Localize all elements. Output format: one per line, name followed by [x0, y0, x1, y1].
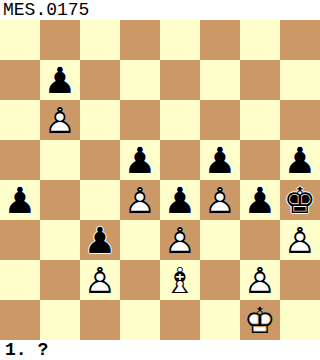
square-a3[interactable]: [0, 220, 40, 260]
square-g2[interactable]: ♟♙: [240, 260, 280, 300]
white-pawn[interactable]: ♟♙: [160, 220, 200, 260]
square-e3[interactable]: ♟♙: [160, 220, 200, 260]
square-c1[interactable]: [80, 300, 120, 340]
white-piece-outline: ♔: [240, 300, 280, 340]
white-pawn[interactable]: ♟♙: [120, 180, 160, 220]
white-piece-outline: ♙: [160, 220, 200, 260]
square-e1[interactable]: [160, 300, 200, 340]
square-d6[interactable]: [120, 100, 160, 140]
white-piece-outline: ♙: [40, 100, 80, 140]
square-b6[interactable]: ♟♙: [40, 100, 80, 140]
black-pawn[interactable]: ♟: [240, 180, 280, 220]
black-piece-glyph: ♟: [200, 140, 240, 180]
square-c5[interactable]: [80, 140, 120, 180]
square-h1[interactable]: [280, 300, 320, 340]
black-pawn[interactable]: ♟: [160, 180, 200, 220]
square-a4[interactable]: ♟: [0, 180, 40, 220]
square-g1[interactable]: ♚♔: [240, 300, 280, 340]
white-pawn[interactable]: ♟♙: [200, 180, 240, 220]
square-g6[interactable]: [240, 100, 280, 140]
square-b3[interactable]: [40, 220, 80, 260]
square-h2[interactable]: [280, 260, 320, 300]
square-e6[interactable]: [160, 100, 200, 140]
white-piece-outline: ♙: [80, 260, 120, 300]
square-h8[interactable]: [280, 20, 320, 60]
square-b1[interactable]: [40, 300, 80, 340]
black-pawn[interactable]: ♟: [40, 60, 80, 100]
black-piece-glyph: ♟: [40, 60, 80, 100]
white-pawn[interactable]: ♟♙: [280, 220, 320, 260]
square-h6[interactable]: [280, 100, 320, 140]
square-e8[interactable]: [160, 20, 200, 60]
square-f1[interactable]: [200, 300, 240, 340]
black-piece-glyph: ♟: [160, 180, 200, 220]
square-f5[interactable]: ♟: [200, 140, 240, 180]
square-b8[interactable]: [40, 20, 80, 60]
black-pawn[interactable]: ♟: [0, 180, 40, 220]
square-d1[interactable]: [120, 300, 160, 340]
square-d5[interactable]: ♟: [120, 140, 160, 180]
black-piece-glyph: ♚: [280, 180, 320, 220]
black-piece-glyph: ♟: [120, 140, 160, 180]
square-c6[interactable]: [80, 100, 120, 140]
square-f7[interactable]: [200, 60, 240, 100]
square-g5[interactable]: [240, 140, 280, 180]
square-g4[interactable]: ♟: [240, 180, 280, 220]
square-h3[interactable]: ♟♙: [280, 220, 320, 260]
square-d2[interactable]: [120, 260, 160, 300]
black-piece-glyph: ♟: [280, 140, 320, 180]
white-pawn[interactable]: ♟♙: [240, 260, 280, 300]
square-a6[interactable]: [0, 100, 40, 140]
square-c8[interactable]: [80, 20, 120, 60]
square-c7[interactable]: [80, 60, 120, 100]
square-f3[interactable]: [200, 220, 240, 260]
square-d8[interactable]: [120, 20, 160, 60]
puzzle-id: MES.0175: [0, 0, 320, 20]
square-a5[interactable]: [0, 140, 40, 180]
white-piece-outline: ♙: [280, 220, 320, 260]
square-e4[interactable]: ♟: [160, 180, 200, 220]
square-c2[interactable]: ♟♙: [80, 260, 120, 300]
black-pawn[interactable]: ♟: [120, 140, 160, 180]
square-a7[interactable]: [0, 60, 40, 100]
black-piece-glyph: ♟: [80, 220, 120, 260]
square-c3[interactable]: ♟: [80, 220, 120, 260]
move-prompt: 1. ?: [0, 340, 320, 360]
square-d4[interactable]: ♟♙: [120, 180, 160, 220]
square-h7[interactable]: [280, 60, 320, 100]
square-c4[interactable]: [80, 180, 120, 220]
white-piece-outline: ♙: [240, 260, 280, 300]
square-f2[interactable]: [200, 260, 240, 300]
square-g7[interactable]: [240, 60, 280, 100]
square-b7[interactable]: ♟: [40, 60, 80, 100]
square-f4[interactable]: ♟♙: [200, 180, 240, 220]
square-b4[interactable]: [40, 180, 80, 220]
square-a1[interactable]: [0, 300, 40, 340]
square-e2[interactable]: ♝♗: [160, 260, 200, 300]
white-king[interactable]: ♚♔: [240, 300, 280, 340]
black-piece-glyph: ♟: [240, 180, 280, 220]
square-d3[interactable]: [120, 220, 160, 260]
square-e7[interactable]: [160, 60, 200, 100]
square-a8[interactable]: [0, 20, 40, 60]
white-pawn[interactable]: ♟♙: [40, 100, 80, 140]
white-bishop[interactable]: ♝♗: [160, 260, 200, 300]
white-piece-outline: ♙: [200, 180, 240, 220]
square-g8[interactable]: [240, 20, 280, 60]
black-pawn[interactable]: ♟: [280, 140, 320, 180]
square-d7[interactable]: [120, 60, 160, 100]
square-h4[interactable]: ♚: [280, 180, 320, 220]
square-h5[interactable]: ♟: [280, 140, 320, 180]
square-b2[interactable]: [40, 260, 80, 300]
white-piece-outline: ♗: [160, 260, 200, 300]
black-piece-glyph: ♟: [0, 180, 40, 220]
black-pawn[interactable]: ♟: [200, 140, 240, 180]
white-piece-outline: ♙: [120, 180, 160, 220]
square-a2[interactable]: [0, 260, 40, 300]
chess-board: ♟♟♙♟♟♟♟♟♙♟♟♙♟♚♟♟♙♟♙♟♙♝♗♟♙♚♔: [0, 20, 320, 340]
square-f8[interactable]: [200, 20, 240, 60]
square-f6[interactable]: [200, 100, 240, 140]
black-pawn[interactable]: ♟: [80, 220, 120, 260]
black-king[interactable]: ♚: [280, 180, 320, 220]
square-e5[interactable]: [160, 140, 200, 180]
square-b5[interactable]: [40, 140, 80, 180]
white-pawn[interactable]: ♟♙: [80, 260, 120, 300]
square-g3[interactable]: [240, 220, 280, 260]
